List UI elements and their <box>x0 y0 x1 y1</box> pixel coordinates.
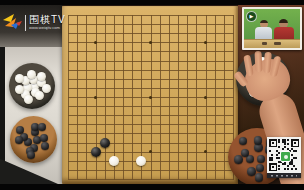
video-inset: ▶ <box>242 7 302 50</box>
bowl-stone-white <box>15 74 24 83</box>
qr-module <box>295 168 297 170</box>
star-point <box>204 96 207 99</box>
qr-module <box>278 141 280 143</box>
qr-module <box>282 148 284 150</box>
studio-desk <box>244 39 300 48</box>
star-point <box>204 41 207 44</box>
weiqitv-logo: 围棋TV www.weiqitv.com <box>3 14 67 31</box>
stone-bowl-white-left <box>9 63 55 109</box>
bowl-stone-black <box>234 155 243 164</box>
bowl-stone-black <box>38 123 46 131</box>
bowl-stone-black <box>40 134 48 142</box>
bowl-stone-white <box>42 84 51 93</box>
grid-line-horizontal <box>68 106 234 107</box>
star-point <box>94 96 97 99</box>
qr-finder-icon <box>291 139 299 147</box>
desk-item <box>262 42 267 45</box>
go-board <box>62 6 238 184</box>
grid-line-vertical <box>178 15 179 180</box>
broadcast-frame: 围棋TV www.weiqitv.com ▶ <box>0 0 304 190</box>
qr-module <box>295 150 297 152</box>
stone-black-D4 <box>91 147 101 157</box>
grid-line-horizontal <box>68 124 234 125</box>
star-point <box>149 96 152 99</box>
bowl-stone-black <box>27 151 35 159</box>
star-point <box>94 41 97 44</box>
qr-module <box>287 139 289 141</box>
bowl-stone-black <box>254 136 263 145</box>
stone-black-E5 <box>100 138 110 148</box>
stone-white-F3 <box>109 156 119 166</box>
board-grid <box>68 15 234 180</box>
grid-line-horizontal <box>68 161 234 162</box>
qr-module <box>287 143 289 145</box>
stone-bowl-black-left <box>10 116 57 163</box>
weiqitv-logo-icon <box>3 14 22 31</box>
qr-finder-icon <box>269 163 277 171</box>
qr-module <box>291 168 293 170</box>
grid-line-horizontal <box>68 115 234 116</box>
grid-line-vertical <box>224 15 225 180</box>
grid-line-vertical <box>169 15 170 180</box>
qr-module <box>269 150 271 152</box>
star-point <box>149 41 152 44</box>
bowl-stone-black <box>247 167 256 176</box>
bowl-stone-white <box>24 95 33 104</box>
grid-line-vertical <box>196 15 197 180</box>
bottom-letterbox-bar <box>0 184 304 190</box>
qr-module <box>271 159 273 161</box>
grid-line-vertical <box>160 15 161 180</box>
grid-line-horizontal <box>68 143 234 144</box>
stone-white-J3 <box>136 156 146 166</box>
bowl-stone-black <box>255 173 264 182</box>
channel-title: 围棋TV <box>29 15 67 25</box>
grid-line-horizontal <box>68 133 234 134</box>
bowl-stone-black <box>257 155 266 164</box>
star-point <box>204 150 207 153</box>
qr-center-logo-icon <box>280 151 291 162</box>
qr-finder-icon <box>269 139 277 147</box>
grid-line-vertical <box>215 15 216 180</box>
channel-url: www.weiqitv.com <box>29 26 60 30</box>
qr-module <box>295 157 297 159</box>
top-letterbox-bar <box>0 0 304 5</box>
grid-line-horizontal <box>68 170 234 171</box>
star-point <box>149 150 152 153</box>
play-badge-icon: ▶ <box>246 11 257 22</box>
desk-item <box>274 42 281 45</box>
qr-module <box>278 146 280 148</box>
qr-code <box>267 137 301 178</box>
qr-module <box>287 168 289 170</box>
bowl-stone-black <box>239 137 248 146</box>
bowl-stone-black <box>41 142 49 150</box>
qr-module <box>278 168 280 170</box>
bowl-stone-black <box>256 164 265 173</box>
grid-line-vertical <box>187 15 188 180</box>
logo-divider <box>25 15 26 31</box>
finger <box>254 51 262 72</box>
grid-line-horizontal <box>68 179 234 180</box>
bowl-stone-black <box>15 136 23 144</box>
qr-caption-strip <box>267 173 301 178</box>
